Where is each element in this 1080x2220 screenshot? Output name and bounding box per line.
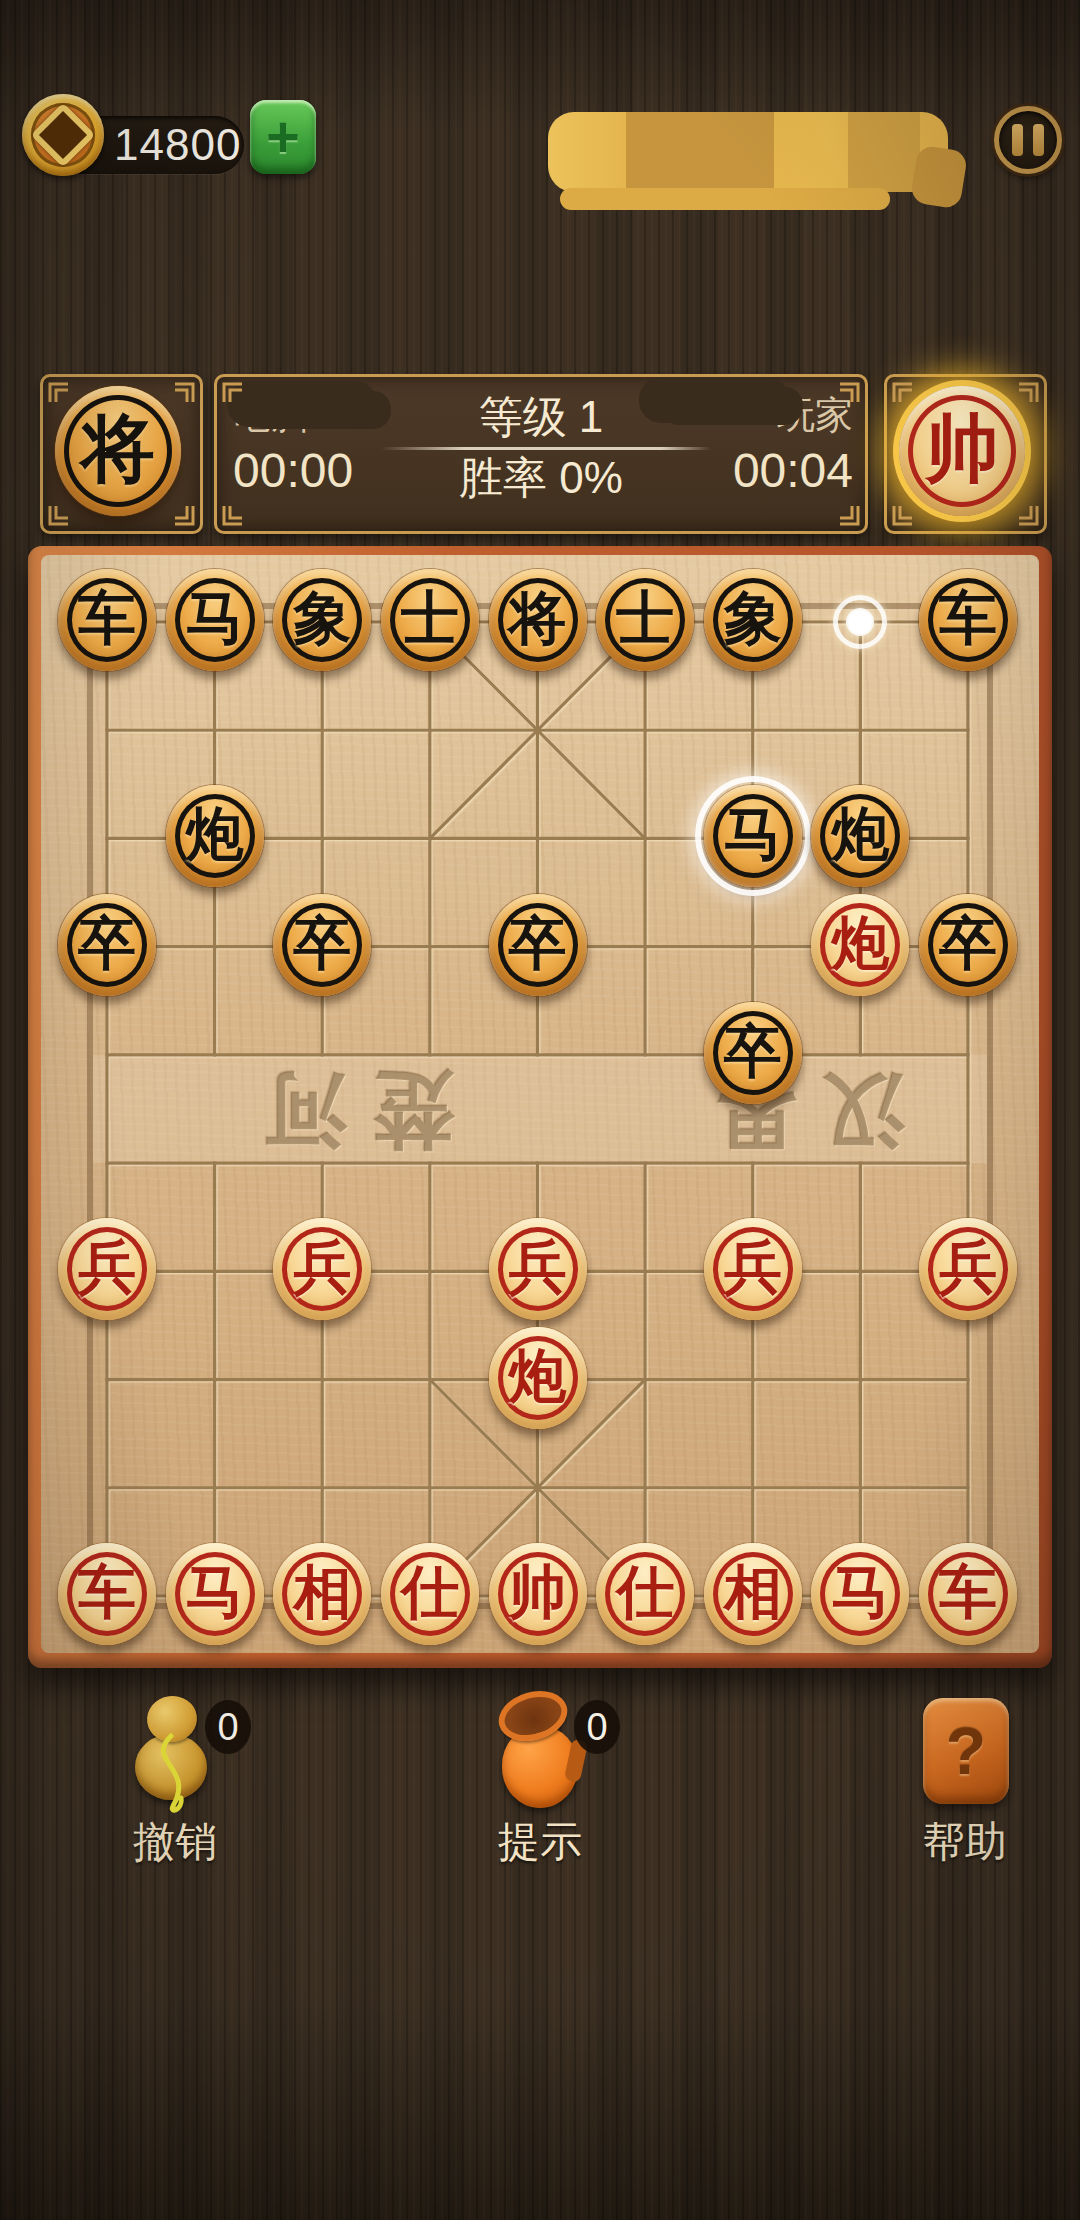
corner-ornament bbox=[171, 380, 197, 406]
banner-scribble bbox=[848, 112, 920, 192]
censored-name-banner bbox=[548, 106, 968, 212]
piece-red-兵[interactable]: 兵 bbox=[273, 1218, 371, 1320]
pause-button[interactable] bbox=[994, 106, 1062, 174]
piece-black-象[interactable]: 象 bbox=[704, 569, 802, 671]
piece-black-卒[interactable]: 卒 bbox=[58, 894, 156, 996]
piece-red-相[interactable]: 相 bbox=[704, 1543, 802, 1645]
banner-scribble bbox=[560, 188, 890, 210]
corner-ornament bbox=[171, 502, 197, 528]
add-coins-button[interactable]: + bbox=[250, 100, 316, 174]
coin-icon bbox=[22, 94, 104, 176]
piece-red-马[interactable]: 马 bbox=[811, 1543, 909, 1645]
undo-button[interactable]: 0 撤销 bbox=[95, 1696, 255, 1870]
plus-icon: + bbox=[256, 103, 310, 171]
banner-scribble bbox=[910, 144, 968, 209]
piece-black-马[interactable]: 马 bbox=[166, 569, 264, 671]
piece-red-仕[interactable]: 仕 bbox=[381, 1543, 479, 1645]
black-player-piece-box: 将 bbox=[40, 374, 203, 534]
corner-ornament bbox=[836, 502, 862, 528]
piece-black-象[interactable]: 象 bbox=[273, 569, 371, 671]
corner-ornament bbox=[46, 380, 72, 406]
piece-black-卒[interactable]: 卒 bbox=[489, 894, 587, 996]
piece-black-炮[interactable]: 炮 bbox=[166, 785, 264, 887]
piece-red-炮[interactable]: 炮 bbox=[811, 894, 909, 996]
match-info-panel: 电脑 00:00 等级 1 胜率 0% 玩家 00:04 bbox=[214, 374, 868, 534]
piece-red-车[interactable]: 车 bbox=[58, 1543, 156, 1645]
piece-red-兵[interactable]: 兵 bbox=[58, 1218, 156, 1320]
piece-red-兵[interactable]: 兵 bbox=[919, 1218, 1017, 1320]
black-general-avatar: 将 bbox=[55, 386, 181, 516]
game-screen: 14800 + 将 电脑 00:00 等级 1 胜率 0% 玩家 bbox=[0, 0, 1080, 2220]
piece-red-马[interactable]: 马 bbox=[166, 1543, 264, 1645]
piece-black-车[interactable]: 车 bbox=[919, 569, 1017, 671]
red-player-piece-box: 帅 bbox=[884, 374, 1047, 534]
corner-ornament bbox=[46, 502, 72, 528]
piece-black-车[interactable]: 车 bbox=[58, 569, 156, 671]
piece-red-仕[interactable]: 仕 bbox=[596, 1543, 694, 1645]
piece-red-兵[interactable]: 兵 bbox=[489, 1218, 587, 1320]
piece-black-卒[interactable]: 卒 bbox=[919, 894, 1017, 996]
piece-red-兵[interactable]: 兵 bbox=[704, 1218, 802, 1320]
hint-button[interactable]: 0 提示 bbox=[460, 1696, 620, 1870]
corner-ornament bbox=[836, 380, 862, 406]
undo-label: 撤销 bbox=[95, 1814, 255, 1870]
corner-ornament bbox=[1015, 380, 1041, 406]
piece-black-将[interactable]: 将 bbox=[489, 569, 587, 671]
piece-red-车[interactable]: 车 bbox=[919, 1543, 1017, 1645]
xiangqi-board[interactable]: 楚河 汉界 车马象士将士象车炮马炮卒卒卒炮卒卒兵兵兵兵兵炮车马相仕帅仕相马车 bbox=[28, 546, 1052, 1668]
corner-ornament bbox=[890, 380, 916, 406]
question-mark-icon: ? bbox=[923, 1698, 1009, 1804]
piece-black-士[interactable]: 士 bbox=[596, 569, 694, 671]
undo-count-badge: 0 bbox=[205, 1700, 251, 1754]
corner-ornament bbox=[220, 502, 246, 528]
corner-ornament bbox=[890, 502, 916, 528]
hint-count-badge: 0 bbox=[574, 1700, 620, 1754]
help-label: 帮助 bbox=[885, 1814, 1045, 1870]
last-move-origin-marker bbox=[846, 608, 874, 636]
board-surface[interactable]: 楚河 汉界 车马象士将士象车炮马炮卒卒卒炮卒卒兵兵兵兵兵炮车马相仕帅仕相马车 bbox=[41, 555, 1039, 1653]
coin-hole bbox=[30, 102, 95, 167]
pause-icon bbox=[1012, 124, 1023, 156]
piece-black-马[interactable]: 马 bbox=[704, 785, 802, 887]
piece-red-帅[interactable]: 帅 bbox=[489, 1543, 587, 1645]
piece-red-相[interactable]: 相 bbox=[273, 1543, 371, 1645]
help-button[interactable]: ? 帮助 bbox=[885, 1696, 1045, 1870]
censored-name-scribble bbox=[227, 381, 377, 427]
hint-label: 提示 bbox=[460, 1814, 620, 1870]
red-player-timer: 00:04 bbox=[653, 443, 853, 499]
corner-ornament bbox=[1015, 502, 1041, 528]
piece-red-炮[interactable]: 炮 bbox=[489, 1327, 587, 1429]
pieces-layer: 车马象士将士象车炮马炮卒卒卒炮卒卒兵兵兵兵兵炮车马相仕帅仕相马车 bbox=[107, 622, 968, 1596]
piece-black-炮[interactable]: 炮 bbox=[811, 785, 909, 887]
piece-black-卒[interactable]: 卒 bbox=[273, 894, 371, 996]
coin-count: 14800 bbox=[114, 120, 239, 170]
piece-black-卒[interactable]: 卒 bbox=[704, 1002, 802, 1104]
censored-name-scribble bbox=[639, 377, 789, 423]
corner-ornament bbox=[220, 380, 246, 406]
piece-black-士[interactable]: 士 bbox=[381, 569, 479, 671]
banner-scribble bbox=[626, 112, 774, 192]
red-general-avatar-active: 帅 bbox=[899, 386, 1025, 516]
